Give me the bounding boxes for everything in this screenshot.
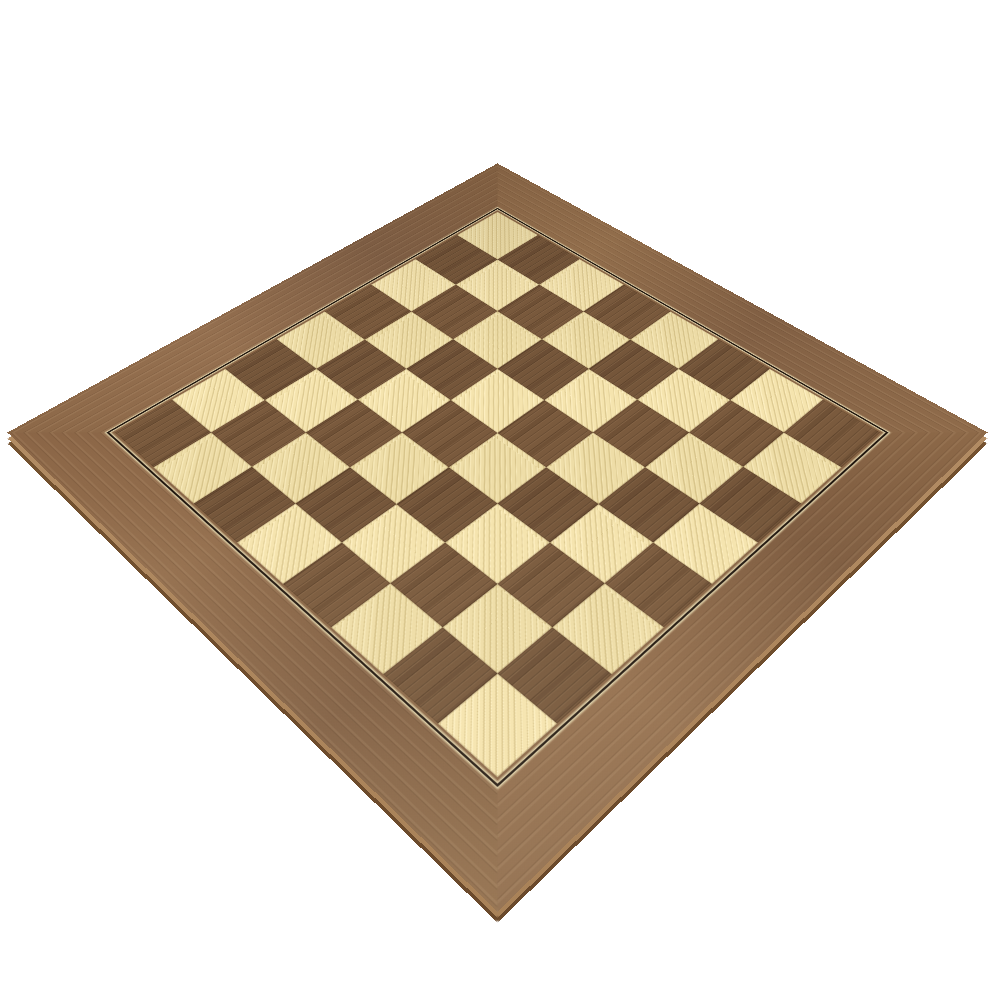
playing-field-pinstripe-frame bbox=[106, 208, 888, 787]
squares-grid bbox=[115, 212, 880, 777]
photo-backdrop bbox=[0, 0, 1000, 1000]
chess-board bbox=[7, 163, 987, 911]
